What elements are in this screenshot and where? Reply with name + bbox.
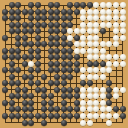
black-stone[interactable] — [15, 28, 21, 34]
black-stone[interactable] — [48, 35, 54, 41]
black-stone[interactable] — [28, 67, 34, 73]
white-stone[interactable] — [93, 93, 99, 99]
black-stone[interactable] — [28, 2, 34, 8]
black-stone[interactable] — [48, 28, 54, 34]
white-stone[interactable] — [67, 35, 73, 41]
black-stone[interactable] — [80, 80, 86, 86]
black-stone[interactable] — [74, 67, 80, 73]
white-stone[interactable] — [74, 41, 80, 47]
black-stone[interactable] — [61, 100, 67, 106]
black-stone[interactable] — [9, 9, 15, 15]
black-stone[interactable] — [22, 28, 28, 34]
white-stone[interactable] — [100, 67, 106, 73]
black-stone[interactable] — [28, 120, 34, 126]
white-stone[interactable] — [106, 9, 112, 15]
black-stone[interactable] — [28, 41, 34, 47]
white-stone[interactable] — [113, 93, 119, 99]
white-stone[interactable] — [100, 106, 106, 112]
white-stone[interactable] — [93, 9, 99, 15]
black-stone[interactable] — [35, 28, 41, 34]
black-stone[interactable] — [28, 100, 34, 106]
white-stone[interactable] — [106, 15, 112, 21]
black-stone[interactable] — [61, 74, 67, 80]
black-stone[interactable] — [9, 93, 15, 99]
black-stone[interactable] — [80, 2, 86, 8]
black-stone[interactable] — [54, 48, 60, 54]
white-stone[interactable] — [100, 9, 106, 15]
black-stone[interactable] — [74, 87, 80, 93]
white-stone[interactable] — [80, 120, 86, 126]
black-stone[interactable] — [9, 2, 15, 8]
black-stone[interactable] — [54, 54, 60, 60]
white-stone[interactable] — [80, 113, 86, 119]
white-stone[interactable] — [80, 22, 86, 28]
white-stone[interactable] — [93, 15, 99, 21]
black-stone[interactable] — [15, 22, 21, 28]
black-stone[interactable] — [54, 35, 60, 41]
white-stone[interactable] — [87, 54, 93, 60]
black-stone[interactable] — [15, 67, 21, 73]
black-stone[interactable] — [54, 2, 60, 8]
black-stone[interactable] — [74, 61, 80, 67]
white-stone[interactable] — [80, 74, 86, 80]
black-stone[interactable] — [9, 61, 15, 67]
black-stone[interactable] — [61, 35, 67, 41]
white-stone[interactable] — [113, 41, 119, 47]
black-stone[interactable] — [54, 113, 60, 119]
white-stone[interactable] — [93, 67, 99, 73]
black-stone[interactable] — [61, 61, 67, 67]
white-stone[interactable] — [87, 48, 93, 54]
black-stone[interactable] — [67, 41, 73, 47]
white-stone[interactable] — [80, 35, 86, 41]
black-stone[interactable] — [9, 22, 15, 28]
black-stone[interactable] — [48, 54, 54, 60]
black-stone[interactable] — [2, 54, 8, 60]
black-stone[interactable] — [41, 100, 47, 106]
black-stone[interactable] — [61, 28, 67, 34]
black-stone[interactable] — [61, 87, 67, 93]
white-stone[interactable] — [93, 48, 99, 54]
white-stone[interactable] — [100, 74, 106, 80]
white-stone[interactable] — [100, 41, 106, 47]
black-stone[interactable] — [28, 54, 34, 60]
black-stone[interactable] — [9, 106, 15, 112]
black-stone[interactable] — [87, 80, 93, 86]
white-stone[interactable] — [113, 9, 119, 15]
white-stone[interactable] — [80, 28, 86, 34]
white-stone[interactable] — [93, 35, 99, 41]
white-stone[interactable] — [106, 22, 112, 28]
black-stone[interactable] — [48, 61, 54, 67]
black-stone[interactable] — [93, 61, 99, 67]
black-stone[interactable] — [28, 48, 34, 54]
black-stone[interactable] — [48, 113, 54, 119]
white-stone[interactable] — [120, 28, 126, 34]
black-stone[interactable] — [87, 61, 93, 67]
black-stone[interactable] — [2, 9, 8, 15]
black-stone[interactable] — [48, 106, 54, 112]
black-stone[interactable] — [15, 2, 21, 8]
black-stone[interactable] — [9, 48, 15, 54]
black-stone[interactable] — [61, 15, 67, 21]
black-stone[interactable] — [22, 41, 28, 47]
white-stone[interactable] — [80, 15, 86, 21]
black-stone[interactable] — [22, 61, 28, 67]
black-stone[interactable] — [74, 2, 80, 8]
black-stone[interactable] — [48, 22, 54, 28]
black-stone[interactable] — [28, 15, 34, 21]
black-stone[interactable] — [48, 9, 54, 15]
white-stone[interactable] — [93, 22, 99, 28]
black-stone[interactable] — [28, 93, 34, 99]
black-stone[interactable] — [15, 106, 21, 112]
black-stone[interactable] — [67, 67, 73, 73]
black-stone[interactable] — [48, 2, 54, 8]
black-stone[interactable] — [22, 87, 28, 93]
white-stone[interactable] — [74, 48, 80, 54]
white-stone[interactable] — [87, 22, 93, 28]
black-stone[interactable] — [67, 54, 73, 60]
black-stone[interactable] — [35, 113, 41, 119]
black-stone[interactable] — [74, 100, 80, 106]
black-stone[interactable] — [67, 15, 73, 21]
black-stone[interactable] — [15, 93, 21, 99]
black-stone[interactable] — [9, 100, 15, 106]
white-stone[interactable] — [106, 2, 112, 8]
black-stone[interactable] — [100, 61, 106, 67]
black-stone[interactable] — [61, 67, 67, 73]
black-stone[interactable] — [67, 74, 73, 80]
black-stone[interactable] — [28, 113, 34, 119]
black-stone[interactable] — [41, 120, 47, 126]
black-stone[interactable] — [28, 9, 34, 15]
black-stone[interactable] — [54, 22, 60, 28]
white-stone[interactable] — [93, 106, 99, 112]
white-stone[interactable] — [100, 48, 106, 54]
black-stone[interactable] — [106, 100, 112, 106]
black-stone[interactable] — [67, 2, 73, 8]
black-stone[interactable] — [67, 61, 73, 67]
white-stone[interactable] — [106, 120, 112, 126]
black-stone[interactable] — [2, 80, 8, 86]
black-stone[interactable] — [61, 54, 67, 60]
black-stone[interactable] — [15, 113, 21, 119]
black-stone[interactable] — [74, 93, 80, 99]
black-stone[interactable] — [48, 15, 54, 21]
black-stone[interactable] — [61, 41, 67, 47]
black-stone[interactable] — [22, 120, 28, 126]
black-stone[interactable] — [35, 87, 41, 93]
black-stone[interactable] — [22, 93, 28, 99]
black-stone[interactable] — [22, 106, 28, 112]
black-stone[interactable] — [41, 22, 47, 28]
white-stone[interactable] — [93, 113, 99, 119]
black-stone[interactable] — [28, 74, 34, 80]
black-stone[interactable] — [2, 67, 8, 73]
black-stone[interactable] — [22, 9, 28, 15]
black-stone[interactable] — [35, 15, 41, 21]
white-stone[interactable] — [80, 93, 86, 99]
white-stone[interactable] — [106, 67, 112, 73]
black-stone[interactable] — [41, 93, 47, 99]
black-stone[interactable] — [67, 113, 73, 119]
black-stone[interactable] — [9, 28, 15, 34]
black-stone[interactable] — [2, 48, 8, 54]
black-stone[interactable] — [35, 80, 41, 86]
black-stone[interactable] — [15, 15, 21, 21]
black-stone[interactable] — [28, 22, 34, 28]
black-stone[interactable] — [61, 113, 67, 119]
black-stone[interactable] — [2, 35, 8, 41]
white-stone[interactable] — [80, 100, 86, 106]
black-stone[interactable] — [74, 35, 80, 41]
black-stone[interactable] — [15, 54, 21, 60]
white-stone[interactable] — [113, 28, 119, 34]
black-stone[interactable] — [106, 87, 112, 93]
white-stone[interactable] — [120, 35, 126, 41]
white-stone[interactable] — [120, 61, 126, 67]
black-stone[interactable] — [9, 113, 15, 119]
black-stone[interactable] — [67, 48, 73, 54]
white-stone[interactable] — [120, 22, 126, 28]
white-stone[interactable] — [87, 15, 93, 21]
black-stone[interactable] — [61, 22, 67, 28]
black-stone[interactable] — [120, 106, 126, 112]
white-stone[interactable] — [120, 87, 126, 93]
white-stone[interactable] — [106, 54, 112, 60]
white-stone[interactable] — [87, 100, 93, 106]
black-stone[interactable] — [48, 67, 54, 73]
go-board[interactable] — [0, 0, 128, 128]
white-stone[interactable] — [87, 35, 93, 41]
white-stone[interactable] — [100, 2, 106, 8]
white-stone[interactable] — [93, 54, 99, 60]
white-stone[interactable] — [93, 28, 99, 34]
black-stone[interactable] — [9, 54, 15, 60]
black-stone[interactable] — [2, 87, 8, 93]
black-stone[interactable] — [9, 15, 15, 21]
black-stone[interactable] — [28, 28, 34, 34]
black-stone[interactable] — [113, 106, 119, 112]
black-stone[interactable] — [35, 48, 41, 54]
white-stone[interactable] — [100, 100, 106, 106]
black-stone[interactable] — [9, 74, 15, 80]
black-stone[interactable] — [67, 22, 73, 28]
black-stone[interactable] — [15, 87, 21, 93]
white-stone[interactable] — [106, 106, 112, 112]
black-stone[interactable] — [48, 48, 54, 54]
white-stone[interactable] — [87, 113, 93, 119]
black-stone[interactable] — [67, 93, 73, 99]
white-stone[interactable] — [87, 9, 93, 15]
white-stone[interactable] — [93, 87, 99, 93]
white-stone[interactable] — [93, 2, 99, 8]
white-stone[interactable] — [113, 113, 119, 119]
black-stone[interactable] — [41, 41, 47, 47]
white-stone[interactable] — [67, 28, 73, 34]
white-stone[interactable] — [106, 61, 112, 67]
black-stone[interactable] — [41, 106, 47, 112]
black-stone[interactable] — [74, 113, 80, 119]
black-stone[interactable] — [22, 74, 28, 80]
black-stone[interactable] — [48, 100, 54, 106]
white-stone[interactable] — [87, 74, 93, 80]
white-stone[interactable] — [100, 22, 106, 28]
black-stone[interactable] — [54, 9, 60, 15]
white-stone[interactable] — [120, 15, 126, 21]
black-stone[interactable] — [35, 35, 41, 41]
black-stone[interactable] — [35, 61, 41, 67]
white-stone[interactable] — [80, 87, 86, 93]
white-stone[interactable] — [87, 67, 93, 73]
white-stone[interactable] — [120, 9, 126, 15]
white-stone[interactable] — [113, 22, 119, 28]
black-stone[interactable] — [54, 41, 60, 47]
black-stone[interactable] — [61, 80, 67, 86]
black-stone[interactable] — [22, 54, 28, 60]
white-stone[interactable] — [87, 28, 93, 34]
white-stone[interactable] — [120, 2, 126, 8]
black-stone[interactable] — [28, 106, 34, 112]
black-stone[interactable] — [54, 61, 60, 67]
black-stone[interactable] — [54, 80, 60, 86]
black-stone[interactable] — [22, 113, 28, 119]
white-stone[interactable] — [113, 35, 119, 41]
black-stone[interactable] — [61, 48, 67, 54]
white-stone[interactable] — [93, 100, 99, 106]
black-stone[interactable] — [35, 54, 41, 60]
black-stone[interactable] — [87, 2, 93, 8]
black-stone[interactable] — [61, 9, 67, 15]
white-stone[interactable] — [106, 41, 112, 47]
white-stone[interactable] — [87, 106, 93, 112]
white-stone[interactable] — [100, 54, 106, 60]
white-stone[interactable] — [100, 113, 106, 119]
black-stone[interactable] — [15, 9, 21, 15]
white-stone[interactable] — [93, 41, 99, 47]
black-stone[interactable] — [35, 41, 41, 47]
black-stone[interactable] — [67, 9, 73, 15]
black-stone[interactable] — [106, 93, 112, 99]
black-stone[interactable] — [35, 67, 41, 73]
black-stone[interactable] — [41, 15, 47, 21]
black-stone[interactable] — [54, 28, 60, 34]
black-stone[interactable] — [2, 15, 8, 21]
black-stone[interactable] — [28, 80, 34, 86]
black-stone[interactable] — [41, 74, 47, 80]
black-stone[interactable] — [100, 28, 106, 34]
black-stone[interactable] — [41, 87, 47, 93]
black-stone[interactable] — [41, 9, 47, 15]
white-stone[interactable] — [87, 87, 93, 93]
white-stone[interactable] — [113, 87, 119, 93]
black-stone[interactable] — [15, 41, 21, 47]
black-stone[interactable] — [2, 113, 8, 119]
white-stone[interactable] — [80, 67, 86, 73]
white-stone[interactable] — [113, 2, 119, 8]
white-stone[interactable] — [87, 120, 93, 126]
black-stone[interactable] — [22, 35, 28, 41]
black-stone[interactable] — [67, 106, 73, 112]
white-stone[interactable] — [100, 93, 106, 99]
black-stone[interactable] — [106, 80, 112, 86]
black-stone[interactable] — [54, 87, 60, 93]
black-stone[interactable] — [67, 87, 73, 93]
white-stone[interactable] — [80, 106, 86, 112]
white-stone[interactable] — [113, 15, 119, 21]
black-stone[interactable] — [48, 80, 54, 86]
black-stone[interactable] — [41, 113, 47, 119]
white-stone[interactable] — [80, 41, 86, 47]
white-stone[interactable] — [120, 54, 126, 60]
black-stone[interactable] — [61, 120, 67, 126]
black-stone[interactable] — [120, 113, 126, 119]
black-stone[interactable] — [48, 41, 54, 47]
black-stone[interactable] — [2, 100, 8, 106]
black-stone[interactable] — [54, 74, 60, 80]
black-stone[interactable] — [15, 48, 21, 54]
white-stone[interactable] — [106, 113, 112, 119]
white-stone[interactable] — [100, 87, 106, 93]
black-stone[interactable] — [9, 80, 15, 86]
white-stone[interactable] — [80, 9, 86, 15]
black-stone[interactable] — [15, 80, 21, 86]
black-stone[interactable] — [61, 93, 67, 99]
go-app-window — [0, 0, 128, 128]
black-stone[interactable] — [35, 22, 41, 28]
white-stone[interactable] — [87, 93, 93, 99]
black-stone[interactable] — [22, 100, 28, 106]
white-stone[interactable] — [80, 48, 86, 54]
white-stone[interactable] — [100, 15, 106, 21]
black-stone[interactable] — [54, 67, 60, 73]
black-stone[interactable] — [35, 9, 41, 15]
black-stone[interactable] — [54, 106, 60, 112]
black-stone[interactable] — [61, 106, 67, 112]
black-stone[interactable] — [74, 54, 80, 60]
black-stone[interactable] — [9, 67, 15, 73]
white-stone[interactable] — [74, 28, 80, 34]
black-stone[interactable] — [48, 93, 54, 99]
white-stone[interactable] — [113, 54, 119, 60]
black-stone[interactable] — [74, 106, 80, 112]
black-stone[interactable] — [35, 2, 41, 8]
white-stone[interactable] — [28, 61, 34, 67]
black-stone[interactable] — [74, 9, 80, 15]
black-stone[interactable] — [15, 35, 21, 41]
white-stone[interactable] — [113, 61, 119, 67]
black-stone[interactable] — [22, 22, 28, 28]
white-stone[interactable] — [87, 41, 93, 47]
white-stone[interactable] — [93, 74, 99, 80]
black-stone[interactable] — [54, 15, 60, 21]
